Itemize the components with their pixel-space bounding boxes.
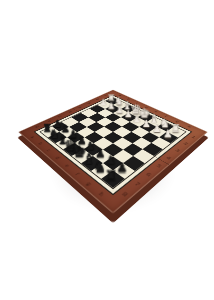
white-pawn-piece[interactable]: ♟ [124,110,132,119]
white-pawn-piece[interactable]: ♟ [115,106,123,115]
black-pawn-piece[interactable]: ♟ [95,147,105,159]
white-pawn-piece[interactable]: ♟ [133,114,142,124]
white-pawn-piece[interactable]: ♟ [108,102,116,111]
white-pawn-piece[interactable]: ♟ [163,129,172,139]
black-pawn-piece[interactable]: ♟ [116,162,127,174]
black-pawn-piece[interactable]: ♟ [106,154,117,166]
white-pawn-piece[interactable]: ♟ [152,124,161,134]
square-e5[interactable] [104,132,123,143]
chess-set-photo: ♜♞♝♛♚♝♞♜♟♟♟♟♟♟♟♟♟♟♟♟♟♟♟♟♜♞♝♛♚♝♞♜ abcdefg… [0,0,214,300]
white-pawn-piece[interactable]: ♟ [142,119,151,129]
black-rook-piece[interactable]: ♜ [104,169,117,183]
